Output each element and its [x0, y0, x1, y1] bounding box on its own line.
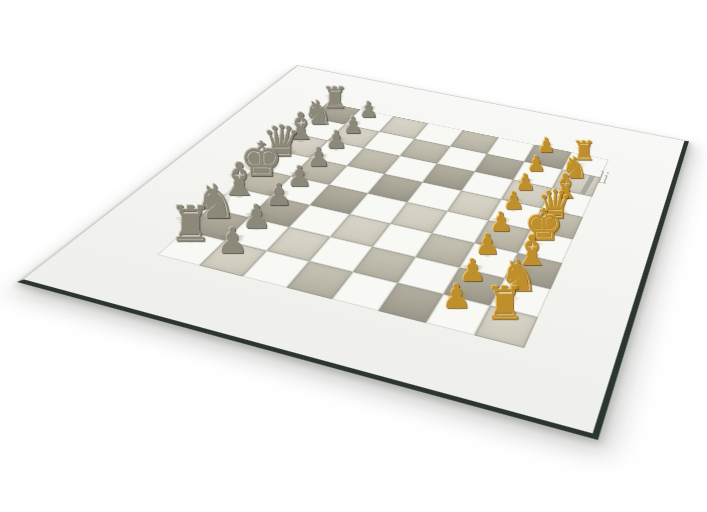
- piece-mirror-reflection: ♜: [484, 292, 525, 325]
- piece-mirror-reflection: ♟: [441, 288, 471, 312]
- pieces-layer: ♜♜♞♞♝♝♛♛♚♚♝♝♞♞♜♜♟♟♟♟♟♟♟♟♟♟♟♟♟♟♟♟♜♜♞♞♝♝♛♛…: [0, 0, 707, 512]
- piece-silver-rook-h8[interactable]: ♜♜: [169, 200, 213, 249]
- piece-gold-rook-h1[interactable]: ♜♜: [484, 281, 525, 326]
- piece-silver-pawn-h7[interactable]: ♟♟: [216, 223, 248, 259]
- piece-mirror-reflection: ♜: [169, 211, 213, 246]
- piece-gold-pawn-h2[interactable]: ♟♟: [441, 280, 471, 314]
- photo-canvas: li ♜♜♞♞♝♝♛♛♚♚♝♝♞♞♜♜♟♟♟♟♟♟♟♟♟♟♟♟♟♟♟♟♜♜♞♞♝…: [0, 0, 707, 512]
- piece-mirror-reflection: ♟: [216, 231, 248, 257]
